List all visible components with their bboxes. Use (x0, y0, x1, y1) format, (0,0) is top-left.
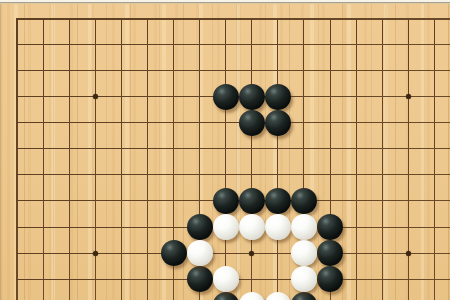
white-stone (265, 214, 291, 240)
grid-line-vertical (121, 18, 122, 300)
grid-line-vertical (277, 18, 278, 300)
grid-line-vertical (225, 18, 226, 300)
grid-line-horizontal (16, 253, 450, 254)
grid-line-vertical (382, 18, 383, 300)
black-stone (317, 266, 343, 292)
black-stone (265, 188, 291, 214)
grid-line-vertical (147, 18, 148, 300)
grid-line-vertical (434, 18, 435, 300)
white-stone (265, 292, 291, 300)
grid-line-horizontal (16, 148, 450, 149)
star-point (249, 251, 254, 256)
grid-line-horizontal (16, 70, 450, 71)
board-left-shade (0, 0, 3, 300)
star-point (93, 251, 98, 256)
star-point (406, 251, 411, 256)
grid-line-vertical (95, 18, 96, 300)
grid-line-horizontal (16, 174, 450, 175)
grid-line-horizontal (16, 122, 450, 123)
black-stone (213, 188, 239, 214)
white-stone (213, 214, 239, 240)
grid-line-horizontal (16, 44, 450, 45)
white-stone (213, 266, 239, 292)
black-stone (265, 84, 291, 110)
black-stone (187, 266, 213, 292)
black-stone (317, 240, 343, 266)
black-stone (317, 214, 343, 240)
white-stone (239, 292, 265, 300)
white-stone (291, 214, 317, 240)
grid-line-vertical (251, 18, 252, 300)
grid-line-vertical (16, 18, 18, 300)
black-stone (239, 84, 265, 110)
white-stone (291, 266, 317, 292)
black-stone (291, 292, 317, 300)
grid-line-horizontal (16, 18, 450, 20)
go-game-screen (0, 0, 450, 300)
white-stone (187, 240, 213, 266)
black-stone (213, 292, 239, 300)
white-stone (291, 240, 317, 266)
go-board[interactable] (0, 0, 450, 300)
black-stone (239, 188, 265, 214)
black-stone (291, 188, 317, 214)
star-point (93, 94, 98, 99)
black-stone (265, 110, 291, 136)
white-stone (239, 214, 265, 240)
grid-line-vertical (356, 18, 357, 300)
grid-line-vertical (408, 18, 409, 300)
black-stone (187, 214, 213, 240)
board-top-edge (0, 0, 450, 5)
star-point (406, 94, 411, 99)
black-stone (213, 84, 239, 110)
grid-line-vertical (69, 18, 70, 300)
grid-line-vertical (43, 18, 44, 300)
black-stone (161, 240, 187, 266)
black-stone (239, 110, 265, 136)
